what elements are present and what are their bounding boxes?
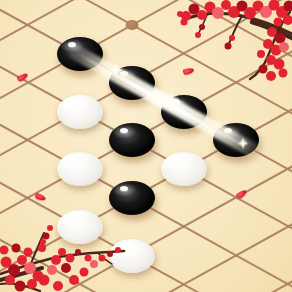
falling-petal [235, 188, 247, 200]
stone-glyph: ● [161, 152, 207, 186]
black-stone: ● [213, 123, 259, 157]
white-stone: ● [161, 152, 207, 186]
stone-glyph: ● [109, 123, 155, 157]
falling-petal [16, 71, 28, 82]
stone-glyph: ● [109, 181, 155, 215]
black-stone: ● [109, 181, 155, 215]
white-stone: ● [57, 210, 103, 244]
stone-glyph: ● [57, 37, 103, 71]
stone-glyph: ● [57, 95, 103, 129]
star-point [126, 20, 139, 30]
white-stone: ● [109, 239, 155, 273]
falling-petal [34, 193, 46, 202]
stone-glyph: ● [161, 95, 207, 129]
white-stone: ● [57, 152, 103, 186]
black-stone: ● [109, 123, 155, 157]
white-stone: ● [57, 95, 103, 129]
falling-petal [182, 66, 194, 75]
stone-glyph: ● [213, 123, 259, 157]
stone-glyph: ● [109, 239, 155, 273]
black-stone: ● [57, 37, 103, 71]
black-stone: ● [161, 95, 207, 129]
stone-glyph: ● [57, 210, 103, 244]
black-stone: ● [109, 66, 155, 100]
stone-glyph: ● [57, 152, 103, 186]
stone-glyph: ● [109, 66, 155, 100]
gomoku-board[interactable]: ●●●●●●●●●●● [0, 0, 292, 292]
